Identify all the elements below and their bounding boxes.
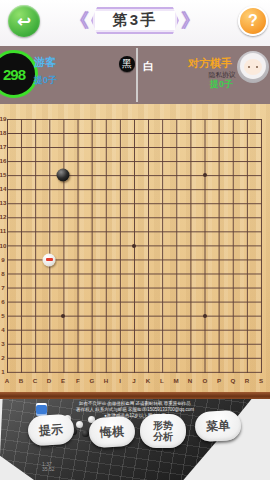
black-timer: 298 (0, 50, 38, 98)
move-number-title: 第3手 (113, 11, 157, 30)
column-label: J (132, 378, 135, 385)
row-label: 4 (1, 326, 4, 333)
white-captures-label: 提0子 (210, 78, 233, 91)
black-chip-label: 黑 (122, 57, 132, 71)
top-bar: ↩ 《 第3手 》 ? (0, 0, 270, 46)
left-chevron-icon: 《 (70, 8, 89, 34)
black-captures-label: 提0子 (34, 74, 57, 87)
row-label: 19 (0, 116, 6, 123)
row-label: 15 (0, 172, 6, 179)
row-label: 13 (0, 200, 6, 207)
photo-stone (76, 421, 83, 428)
column-label: S (259, 378, 263, 385)
right-chevron-icon: 》 (181, 8, 200, 34)
last-move-marker (46, 258, 53, 261)
hint-button[interactable]: 提示 (27, 413, 75, 446)
menu-button[interactable]: 菜单 (194, 410, 242, 442)
column-label: N (188, 378, 192, 385)
stone-white-D9 (43, 253, 56, 266)
star-point (132, 244, 136, 248)
title-plate: 第3手 (91, 7, 179, 34)
stone-black-E15 (57, 169, 70, 182)
star-point (203, 314, 207, 318)
column-label: K (146, 378, 150, 385)
back-button[interactable]: ↩ (8, 5, 40, 37)
column-label: F (76, 378, 80, 385)
black-player-name: 游客 (34, 55, 56, 70)
row-label: 1 (1, 369, 4, 376)
column-label: M (174, 378, 179, 385)
question-icon: ? (248, 12, 258, 30)
column-label: Q (230, 378, 235, 385)
undo-label: 悔棋 (100, 423, 125, 441)
analysis-label-line1: 形势 (153, 420, 173, 432)
go-app-screen: ↩ 《 第3手 》 ? 298 游客 提0子 黑 白 对方棋手 隐私协议 提0子 (0, 0, 270, 480)
row-label: 7 (1, 284, 4, 291)
row-label: 9 (1, 256, 4, 263)
black-stone-chip: 黑 (119, 56, 135, 72)
row-label: 2 (1, 355, 4, 362)
column-label: I (119, 378, 121, 385)
row-label: 5 (1, 312, 4, 319)
row-label: 10 (0, 242, 6, 249)
analysis-label-line2: 分析 (153, 431, 173, 443)
column-label: B (19, 378, 23, 385)
title-frame: 《 第3手 》 (70, 7, 200, 34)
menu-label: 菜单 (206, 417, 231, 435)
opponent-avatar[interactable] (237, 51, 269, 83)
board-wood-edge (0, 392, 270, 399)
undo-button[interactable]: 悔棋 (88, 416, 136, 448)
row-label: 8 (1, 270, 4, 277)
column-label: A (5, 378, 9, 385)
row-label: 18 (0, 130, 6, 137)
photo-stone (82, 430, 89, 437)
row-label: 14 (0, 186, 6, 193)
row-label: 11 (0, 228, 6, 235)
status-divider (136, 48, 138, 102)
row-label: 17 (0, 144, 6, 151)
hint-label: 提示 (38, 421, 63, 440)
white-stone-label: 白 (143, 59, 154, 74)
row-label: 12 (0, 214, 6, 221)
star-point (61, 314, 65, 318)
back-icon: ↩ (17, 11, 31, 32)
row-label: 3 (1, 341, 4, 348)
column-label: H (104, 378, 108, 385)
white-player-name: 对方棋手 (188, 56, 232, 71)
bottom-panel: 如有不良评论 勿做侵权盗用 还请删帖转载 尊重原创作品 著作权人 联系方式与邮箱… (0, 399, 270, 480)
column-label: E (61, 378, 65, 385)
column-label: L (160, 378, 164, 385)
column-label: G (89, 378, 94, 385)
column-label: O (202, 378, 207, 385)
avatar-eye (256, 66, 258, 68)
help-button[interactable]: ? (238, 6, 268, 36)
column-label: C (33, 378, 37, 385)
analysis-button[interactable]: 形势 分析 (140, 414, 186, 448)
column-label: D (47, 378, 51, 385)
players-status-bar: 298 游客 提0子 黑 白 对方棋手 隐私协议 提0子 (0, 46, 270, 104)
go-board: ABCDEFGHIJKLMNOPQRS191817161514131211109… (0, 104, 270, 392)
column-label: R (245, 378, 249, 385)
column-label: P (217, 378, 221, 385)
avatar-eye (248, 66, 250, 68)
star-point (203, 173, 207, 177)
row-label: 16 (0, 158, 6, 165)
ad-icon (36, 403, 47, 416)
row-label: 6 (1, 298, 4, 305)
avatar-face (244, 59, 262, 75)
